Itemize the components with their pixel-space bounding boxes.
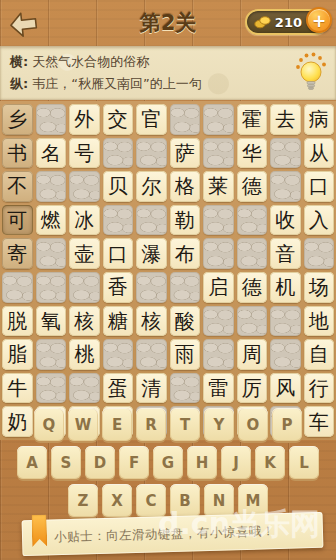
grid-cell[interactable]: 入	[304, 205, 335, 236]
grid-cell[interactable]: 口	[304, 171, 335, 202]
grid-cell[interactable]: 酸	[170, 306, 201, 337]
grid-cell[interactable]: 外	[69, 104, 100, 135]
grid-cell[interactable]: 自	[304, 339, 335, 370]
grid-cell-empty	[36, 104, 67, 135]
grid-cell-empty	[69, 171, 100, 202]
clue-panel: 横: 天然气水合物的俗称 纵: 韦庄，“秋雁又南回”的上一句	[0, 46, 336, 100]
grid-cell[interactable]: 书	[2, 138, 33, 169]
grid-cell[interactable]: 布	[170, 238, 201, 269]
grid-cell[interactable]: 德	[237, 171, 268, 202]
grid-cell-empty	[203, 205, 234, 236]
key-N[interactable]: N	[204, 484, 234, 517]
grid-cell[interactable]: 交	[103, 104, 134, 135]
key-K[interactable]: K	[255, 446, 285, 479]
keyboard: QWERTYOPASDFGHJKLZXCBNM	[0, 408, 336, 522]
key-X[interactable]: X	[102, 484, 132, 517]
key-A[interactable]: A	[17, 446, 47, 479]
key-O[interactable]: O	[238, 408, 268, 441]
key-Z[interactable]: Z	[68, 484, 98, 517]
bookmark-icon	[31, 515, 47, 547]
grid-cell[interactable]: 名	[36, 138, 67, 169]
grid-cell[interactable]: 格	[170, 171, 201, 202]
grid-cell-empty	[36, 238, 67, 269]
grid-cell[interactable]: 地	[304, 306, 335, 337]
grid-cell[interactable]: 壶	[69, 238, 100, 269]
grid-cell[interactable]: 糖	[103, 306, 134, 337]
grid-cell[interactable]: 冰	[69, 205, 100, 236]
grid-cell[interactable]: 音	[270, 238, 301, 269]
grid-cell[interactable]: 去	[270, 104, 301, 135]
grid-cell[interactable]: 勒	[170, 205, 201, 236]
app-screen: 第2关 210 + 横: 天然气水合物的俗称 纵: 韦庄，“秋雁又南回”的上一句	[0, 0, 336, 560]
grid-cell[interactable]: 蛋	[103, 373, 134, 404]
grid-cell[interactable]: 雨	[170, 339, 201, 370]
grid-cell-empty	[203, 104, 234, 135]
grid-cell[interactable]: 场	[304, 272, 335, 303]
key-M[interactable]: M	[238, 484, 268, 517]
grid-cell[interactable]: 牛	[2, 373, 33, 404]
key-L[interactable]: L	[289, 446, 319, 479]
grid-cell-empty	[69, 373, 100, 404]
grid-cell-empty	[237, 205, 268, 236]
grid-cell-empty	[103, 205, 134, 236]
grid-cell-empty	[136, 205, 167, 236]
key-H[interactable]: H	[187, 446, 217, 479]
grid-cell-empty	[203, 238, 234, 269]
grid-cell-empty	[136, 138, 167, 169]
grid-cell[interactable]: 官	[136, 104, 167, 135]
tip-banner: 小贴士：向左滑动键盘，有小惊喜哦！	[22, 512, 324, 556]
grid-cell[interactable]: 不	[2, 171, 33, 202]
grid-cell-empty	[69, 272, 100, 303]
grid-cell[interactable]: 华	[237, 138, 268, 169]
grid-cell[interactable]: 桃	[69, 339, 100, 370]
grid-cell[interactable]: 脱	[2, 306, 33, 337]
grid-cell[interactable]: 香	[103, 272, 134, 303]
grid-cell[interactable]: 瀑	[136, 238, 167, 269]
grid-cell[interactable]: 萨	[170, 138, 201, 169]
key-C[interactable]: C	[136, 484, 166, 517]
grid-cell[interactable]: 德	[237, 272, 268, 303]
key-T[interactable]: T	[170, 408, 200, 441]
grid-cell-empty	[170, 104, 201, 135]
grid-cell[interactable]: 贝	[103, 171, 134, 202]
key-Q[interactable]: Q	[34, 408, 64, 441]
hint-button[interactable]	[292, 50, 330, 96]
grid-cell[interactable]: 尔	[136, 171, 167, 202]
grid-cell[interactable]: 机	[270, 272, 301, 303]
key-W[interactable]: W	[68, 408, 98, 441]
grid-cell-empty	[170, 272, 201, 303]
grid-cell[interactable]: 寄	[2, 238, 33, 269]
grid-cell-empty	[36, 272, 67, 303]
grid-cell-empty	[103, 138, 134, 169]
grid-cell[interactable]: 口	[103, 238, 134, 269]
grid-cell[interactable]: 可	[2, 205, 33, 236]
keyboard-row: QWERTYOP	[0, 408, 336, 441]
grid-cell[interactable]: 核	[136, 306, 167, 337]
key-E[interactable]: E	[102, 408, 132, 441]
grid-cell-empty	[36, 373, 67, 404]
grid-cell[interactable]: 雷	[203, 373, 234, 404]
grid-cell-empty	[270, 138, 301, 169]
grid-cell[interactable]: 周	[237, 339, 268, 370]
grid-cell-empty	[237, 306, 268, 337]
grid-cell-empty	[136, 272, 167, 303]
grid-cell[interactable]: 核	[69, 306, 100, 337]
key-F[interactable]: F	[119, 446, 149, 479]
add-coins-button[interactable]: +	[306, 7, 332, 33]
keyboard-row: ASDFGHJKL	[0, 446, 336, 479]
key-J[interactable]: J	[221, 446, 251, 479]
grid-cell-empty	[36, 339, 67, 370]
key-B[interactable]: B	[170, 484, 200, 517]
grid-cell-empty	[2, 272, 33, 303]
grid-cell-empty	[203, 339, 234, 370]
coins-icon	[254, 15, 272, 29]
clue-across-label: 横:	[10, 54, 28, 69]
grid-cell[interactable]: 行	[304, 373, 335, 404]
key-D[interactable]: D	[85, 446, 115, 479]
grid-cell-empty	[237, 238, 268, 269]
grid-cell[interactable]: 收	[270, 205, 301, 236]
grid-cell[interactable]: 燃	[36, 205, 67, 236]
grid-cell-empty	[136, 339, 167, 370]
key-Y[interactable]: Y	[204, 408, 234, 441]
grid-cell[interactable]: 厉	[237, 373, 268, 404]
grid-cell-empty	[203, 138, 234, 169]
grid-cell-empty	[270, 339, 301, 370]
grid-cell[interactable]: 启	[203, 272, 234, 303]
grid-cell[interactable]: 清	[136, 373, 167, 404]
clue-across: 横: 天然气水合物的俗称	[10, 53, 288, 70]
grid-cell[interactable]: 乡	[2, 104, 33, 135]
grid-cell-empty	[270, 306, 301, 337]
coin-amount: 210	[275, 15, 302, 30]
header: 第2关 210 +	[0, 0, 336, 45]
clue-down: 纵: 韦庄，“秋雁又南回”的上一句	[10, 75, 288, 92]
lightbulb-icon	[292, 50, 330, 96]
grid-cell-empty	[36, 171, 67, 202]
grid-cell[interactable]: 病	[304, 104, 335, 135]
key-G[interactable]: G	[153, 446, 183, 479]
grid-cell-empty	[270, 171, 301, 202]
clue-down-label: 纵:	[10, 76, 28, 91]
grid-cell[interactable]: 霍	[237, 104, 268, 135]
grid-cell-empty	[304, 238, 335, 269]
key-P[interactable]: P	[272, 408, 302, 441]
grid-cell-empty	[203, 306, 234, 337]
key-S[interactable]: S	[51, 446, 81, 479]
grid-cell[interactable]: 从	[304, 138, 335, 169]
grid-cell[interactable]: 号	[69, 138, 100, 169]
key-R[interactable]: R	[136, 408, 166, 441]
clue-across-text: 天然气水合物的俗称	[32, 54, 149, 69]
crossword-grid: 乡外交官霍去病书名号萨华从不贝尔格莱德口可燃冰勒收入寄壶口瀑布音香启德机场脱氧核…	[0, 101, 336, 440]
grid-cell[interactable]: 氧	[36, 306, 67, 337]
clue-down-text: 韦庄，“秋雁又南回”的上一句	[32, 76, 201, 91]
coin-counter[interactable]: 210 +	[245, 9, 328, 35]
grid-cell-empty	[170, 373, 201, 404]
tip-text: 小贴士：向左滑动键盘，有小惊喜哦！	[54, 523, 275, 546]
grid-cell[interactable]: 莱	[203, 171, 234, 202]
grid-cell[interactable]: 脂	[2, 339, 33, 370]
grid-cell[interactable]: 风	[270, 373, 301, 404]
grid-cell-empty	[103, 339, 134, 370]
